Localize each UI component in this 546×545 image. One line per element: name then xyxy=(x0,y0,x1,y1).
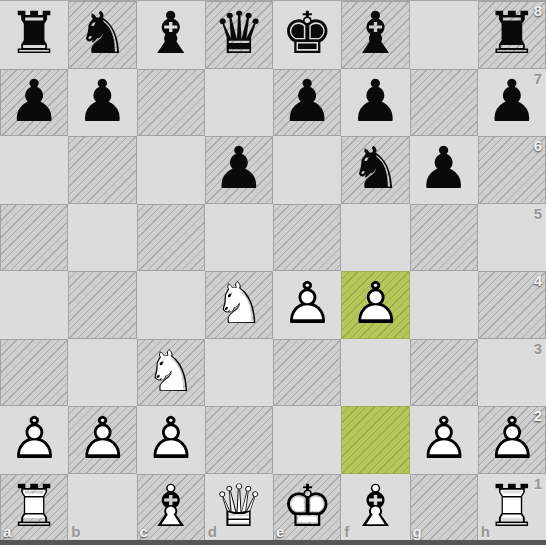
square-g3[interactable] xyxy=(410,339,478,407)
white-king-icon[interactable]: ♚♔ xyxy=(273,474,341,542)
square-g7[interactable] xyxy=(410,69,478,137)
square-a1[interactable]: a♜♖ xyxy=(0,474,68,542)
file-label-b: b xyxy=(71,524,80,539)
square-b7[interactable]: ♟ xyxy=(68,69,136,137)
board-bottom-edge xyxy=(0,540,546,545)
white-pawn-icon[interactable]: ♟♙ xyxy=(137,406,205,474)
square-a8[interactable]: ♜ xyxy=(0,1,68,69)
square-b5[interactable] xyxy=(68,204,136,272)
rank-label-5: 5 xyxy=(534,206,542,221)
black-pawn-icon[interactable]: ♟ xyxy=(478,69,546,137)
white-knight-icon[interactable]: ♞♘ xyxy=(205,271,273,339)
rank-label-4: 4 xyxy=(534,273,542,288)
rank-label-6: 6 xyxy=(534,138,542,153)
square-h8[interactable]: 8♜ xyxy=(478,1,546,69)
square-b3[interactable] xyxy=(68,339,136,407)
black-pawn-icon[interactable]: ♟ xyxy=(0,69,68,137)
square-g6[interactable]: ♟ xyxy=(410,136,478,204)
square-c6[interactable] xyxy=(137,136,205,204)
chessboard: ♜♞♝♛♚♝8♜♟♟♟♟7♟♟♞♟65♞♘♟♙♟♙4♞♘3♟♙♟♙♟♙♟♙2♟♙… xyxy=(0,0,546,545)
square-f5[interactable] xyxy=(341,204,409,272)
square-e7[interactable]: ♟ xyxy=(273,69,341,137)
square-b6[interactable] xyxy=(68,136,136,204)
square-a4[interactable] xyxy=(0,271,68,339)
square-e3[interactable] xyxy=(273,339,341,407)
white-pawn-icon[interactable]: ♟♙ xyxy=(341,271,409,339)
square-f3[interactable] xyxy=(341,339,409,407)
black-pawn-icon[interactable]: ♟ xyxy=(273,69,341,137)
white-pawn-icon[interactable]: ♟♙ xyxy=(410,406,478,474)
square-a2[interactable]: ♟♙ xyxy=(0,406,68,474)
square-c5[interactable] xyxy=(137,204,205,272)
white-bishop-icon[interactable]: ♝♗ xyxy=(137,474,205,542)
square-g4[interactable] xyxy=(410,271,478,339)
square-d3[interactable] xyxy=(205,339,273,407)
black-king-icon[interactable]: ♚ xyxy=(273,1,341,69)
square-d5[interactable] xyxy=(205,204,273,272)
square-g1[interactable]: g xyxy=(410,474,478,542)
square-a3[interactable] xyxy=(0,339,68,407)
square-c2[interactable]: ♟♙ xyxy=(137,406,205,474)
black-pawn-icon[interactable]: ♟ xyxy=(410,136,478,204)
square-e6[interactable] xyxy=(273,136,341,204)
square-b8[interactable]: ♞ xyxy=(68,1,136,69)
square-d2[interactable] xyxy=(205,406,273,474)
square-c1[interactable]: c♝♗ xyxy=(137,474,205,542)
white-pawn-icon[interactable]: ♟♙ xyxy=(68,406,136,474)
square-e5[interactable] xyxy=(273,204,341,272)
square-h6[interactable]: 6 xyxy=(478,136,546,204)
white-bishop-icon[interactable]: ♝♗ xyxy=(341,474,409,542)
black-queen-icon[interactable]: ♛ xyxy=(205,1,273,69)
square-g5[interactable] xyxy=(410,204,478,272)
square-h7[interactable]: 7♟ xyxy=(478,69,546,137)
white-queen-icon[interactable]: ♛♕ xyxy=(205,474,273,542)
square-e4[interactable]: ♟♙ xyxy=(273,271,341,339)
square-c7[interactable] xyxy=(137,69,205,137)
white-pawn-icon[interactable]: ♟♙ xyxy=(273,271,341,339)
square-h4[interactable]: 4 xyxy=(478,271,546,339)
square-b4[interactable] xyxy=(68,271,136,339)
square-g2[interactable]: ♟♙ xyxy=(410,406,478,474)
square-e1[interactable]: e♚♔ xyxy=(273,474,341,542)
square-f6[interactable]: ♞ xyxy=(341,136,409,204)
rank-label-3: 3 xyxy=(534,341,542,356)
square-a6[interactable] xyxy=(0,136,68,204)
square-d1[interactable]: d♛♕ xyxy=(205,474,273,542)
square-f2[interactable] xyxy=(341,406,409,474)
square-f1[interactable]: f♝♗ xyxy=(341,474,409,542)
black-bishop-icon[interactable]: ♝ xyxy=(341,1,409,69)
square-b2[interactable]: ♟♙ xyxy=(68,406,136,474)
black-knight-icon[interactable]: ♞ xyxy=(341,136,409,204)
square-h5[interactable]: 5 xyxy=(478,204,546,272)
white-rook-icon[interactable]: ♜♖ xyxy=(478,474,546,542)
square-d7[interactable] xyxy=(205,69,273,137)
white-rook-icon[interactable]: ♜♖ xyxy=(0,474,68,542)
square-f7[interactable]: ♟ xyxy=(341,69,409,137)
white-pawn-icon[interactable]: ♟♙ xyxy=(0,406,68,474)
black-knight-icon[interactable]: ♞ xyxy=(68,1,136,69)
square-e8[interactable]: ♚ xyxy=(273,1,341,69)
black-rook-icon[interactable]: ♜ xyxy=(478,1,546,69)
square-f8[interactable]: ♝ xyxy=(341,1,409,69)
black-rook-icon[interactable]: ♜ xyxy=(0,1,68,69)
square-g8[interactable] xyxy=(410,1,478,69)
square-c8[interactable]: ♝ xyxy=(137,1,205,69)
black-pawn-icon[interactable]: ♟ xyxy=(68,69,136,137)
square-b1[interactable]: b xyxy=(68,474,136,542)
white-knight-icon[interactable]: ♞♘ xyxy=(137,339,205,407)
square-f4[interactable]: ♟♙ xyxy=(341,271,409,339)
square-a7[interactable]: ♟ xyxy=(0,69,68,137)
square-h2[interactable]: 2♟♙ xyxy=(478,406,546,474)
square-h1[interactable]: 1h♜♖ xyxy=(478,474,546,542)
square-c4[interactable] xyxy=(137,271,205,339)
square-a5[interactable] xyxy=(0,204,68,272)
black-pawn-icon[interactable]: ♟ xyxy=(205,136,273,204)
square-h3[interactable]: 3 xyxy=(478,339,546,407)
square-e2[interactable] xyxy=(273,406,341,474)
square-c3[interactable]: ♞♘ xyxy=(137,339,205,407)
black-pawn-icon[interactable]: ♟ xyxy=(341,69,409,137)
file-label-g: g xyxy=(413,524,422,539)
white-pawn-icon[interactable]: ♟♙ xyxy=(478,406,546,474)
black-bishop-icon[interactable]: ♝ xyxy=(137,1,205,69)
board-grid: ♜♞♝♛♚♝8♜♟♟♟♟7♟♟♞♟65♞♘♟♙♟♙4♞♘3♟♙♟♙♟♙♟♙2♟♙… xyxy=(0,1,546,541)
square-d8[interactable]: ♛ xyxy=(205,1,273,69)
square-d4[interactable]: ♞♘ xyxy=(205,271,273,339)
square-d6[interactable]: ♟ xyxy=(205,136,273,204)
